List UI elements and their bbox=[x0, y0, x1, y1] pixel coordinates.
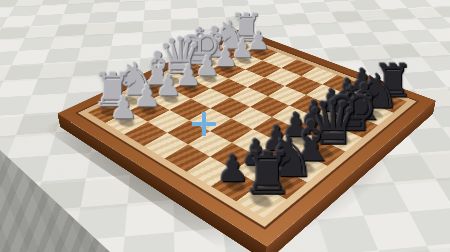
piece-black-rook[interactable]: ♜ bbox=[241, 144, 277, 202]
chess-game-scene: ♜♟♟♜♞♟♟♞♝♟♟♝♚♟♟♚♛♟♟♛♝♟♟♝♞♟♟♞♜♟♟♜ bbox=[0, 0, 450, 252]
crosshair-vertical-bar bbox=[202, 112, 206, 136]
square-a8[interactable]: ♜ bbox=[236, 184, 286, 218]
piece-white-pawn[interactable]: ♟ bbox=[109, 92, 139, 123]
square-a3[interactable] bbox=[124, 122, 167, 146]
world-3d: ♜♟♟♜♞♟♟♞♝♟♟♝♚♟♟♚♛♟♟♛♝♟♟♝♞♟♟♞♜♟♟♜ bbox=[0, 0, 450, 252]
